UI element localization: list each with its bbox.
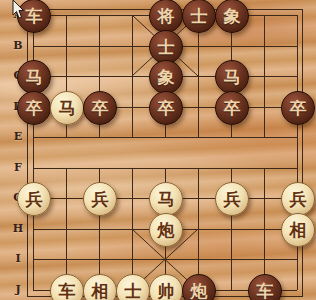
mouse-cursor-icon <box>12 0 26 20</box>
piece-black-soldier-D3[interactable]: 卒 <box>83 91 117 125</box>
piece-red-advisor-J4[interactable]: 士 <box>116 274 150 300</box>
row-label-B: B <box>11 39 25 52</box>
piece-black-advisor-A6[interactable]: 士 <box>182 0 216 33</box>
piece-red-elephant-J3[interactable]: 相 <box>83 274 117 300</box>
piece-red-soldier-G3[interactable]: 兵 <box>83 182 117 216</box>
row-label-J: J <box>11 283 25 296</box>
piece-black-advisor-B5[interactable]: 士 <box>149 30 183 64</box>
row-label-H: H <box>11 222 25 235</box>
piece-red-cannon-H5[interactable]: 炮 <box>149 213 183 247</box>
row-label-E: E <box>11 130 25 143</box>
piece-red-general-J5[interactable]: 帅 <box>149 274 183 300</box>
piece-black-soldier-D5[interactable]: 卒 <box>149 91 183 125</box>
piece-black-chariot-J8[interactable]: 车 <box>248 274 282 300</box>
piece-red-soldier-G9[interactable]: 兵 <box>281 182 315 216</box>
piece-red-soldier-G7[interactable]: 兵 <box>215 182 249 216</box>
piece-red-chariot-J2[interactable]: 车 <box>50 274 84 300</box>
piece-red-horse-D2[interactable]: 马 <box>50 91 84 125</box>
piece-black-soldier-D9[interactable]: 卒 <box>281 91 315 125</box>
piece-red-elephant-H9[interactable]: 相 <box>281 213 315 247</box>
piece-black-soldier-D1[interactable]: 卒 <box>17 91 51 125</box>
piece-black-soldier-D7[interactable]: 卒 <box>215 91 249 125</box>
xiangqi-board[interactable]: ABCDEFGHIJ车将士象士马象马卒马卒卒卒卒兵兵马兵兵炮相车相士帅炮车 <box>0 0 316 300</box>
piece-black-general-A5[interactable]: 将 <box>149 0 183 33</box>
piece-red-soldier-G1[interactable]: 兵 <box>17 182 51 216</box>
piece-black-cannon-J6[interactable]: 炮 <box>182 274 216 300</box>
row-label-I: I <box>11 252 25 265</box>
piece-black-elephant-C5[interactable]: 象 <box>149 60 183 94</box>
piece-black-horse-C7[interactable]: 马 <box>215 60 249 94</box>
row-label-F: F <box>11 161 25 174</box>
piece-black-horse-C1[interactable]: 马 <box>17 60 51 94</box>
piece-red-horse-G5[interactable]: 马 <box>149 182 183 216</box>
piece-black-elephant-A7[interactable]: 象 <box>215 0 249 33</box>
